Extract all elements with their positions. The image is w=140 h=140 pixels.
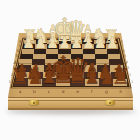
clasp-keyhole-icon [33, 102, 35, 104]
piece-light-pawn[interactable]: ♟ [34, 34, 47, 50]
piece-dark-rook[interactable]: ♜ [111, 66, 130, 88]
piece-light-pawn[interactable]: ♟ [94, 34, 107, 50]
piece-light-pawn[interactable]: ♟ [22, 34, 35, 50]
case-front-bottom-edge [8, 108, 133, 110]
coordinate-label: 1 [131, 80, 133, 84]
product-photo: aabbccddeeffgghh1122334455667788 ♜♞♝♚♛♝♞… [0, 0, 140, 140]
brass-clasp-right [105, 100, 115, 105]
piece-light-pawn[interactable]: ♟ [82, 34, 95, 50]
brass-clasp-left [29, 100, 39, 105]
piece-light-pawn[interactable]: ♟ [106, 34, 119, 50]
clasp-keyhole-icon [109, 102, 111, 104]
